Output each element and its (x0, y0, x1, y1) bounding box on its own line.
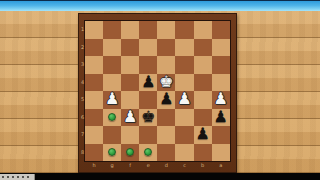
square-d5[interactable]: ♟ (157, 91, 175, 109)
black-king-icon[interactable]: ♚ (141, 109, 155, 125)
square-g8[interactable] (103, 144, 121, 162)
square-c7[interactable] (175, 126, 193, 144)
square-h6[interactable] (85, 109, 103, 127)
white-king-icon[interactable]: ♚ (159, 74, 173, 90)
square-h7[interactable] (85, 126, 103, 144)
square-h5[interactable] (85, 91, 103, 109)
black-pawn-icon[interactable]: ♟ (214, 109, 228, 125)
square-d2[interactable] (157, 39, 175, 57)
square-h3[interactable] (85, 56, 103, 74)
square-a8[interactable] (212, 144, 230, 162)
square-b7[interactable]: ♟ (194, 126, 212, 144)
square-b5[interactable] (194, 91, 212, 109)
square-f8[interactable] (121, 144, 139, 162)
highlight-dot-e8 (144, 148, 152, 156)
square-c6[interactable] (175, 109, 193, 127)
square-g1[interactable] (103, 21, 121, 39)
square-f4[interactable] (121, 74, 139, 92)
square-a5[interactable]: ♟ (212, 91, 230, 109)
square-e7[interactable] (139, 126, 157, 144)
white-pawn-icon[interactable]: ♟ (177, 91, 191, 107)
square-g6[interactable] (103, 109, 121, 127)
status-bar-text-marks (2, 176, 30, 178)
highlight-dot-f8 (126, 148, 134, 156)
square-b3[interactable] (194, 56, 212, 74)
rank-label-2: 2 (80, 45, 85, 50)
rank-label-4: 4 (80, 80, 85, 85)
file-label-h: h (85, 163, 103, 168)
square-h2[interactable] (85, 39, 103, 57)
square-c5[interactable]: ♟ (175, 91, 193, 109)
rank-label-5: 5 (80, 97, 85, 102)
square-g5[interactable]: ♟ (103, 91, 121, 109)
square-c2[interactable] (175, 39, 193, 57)
title-bar (0, 0, 320, 11)
square-d3[interactable] (157, 56, 175, 74)
chess-board-frame: ♟♚♟♟♟♟♟♚♟♟ 12345678hgfedcba (78, 13, 237, 173)
highlight-dot-g8 (108, 148, 116, 156)
rank-label-7: 7 (80, 132, 85, 137)
file-label-e: e (139, 163, 157, 168)
square-e2[interactable] (139, 39, 157, 57)
square-e8[interactable] (139, 144, 157, 162)
square-e6[interactable]: ♚ (139, 109, 157, 127)
file-label-g: g (103, 163, 121, 168)
file-label-f: f (121, 163, 139, 168)
square-b2[interactable] (194, 39, 212, 57)
white-pawn-icon[interactable]: ♟ (105, 91, 119, 107)
square-f6[interactable]: ♟ (121, 109, 139, 127)
square-h1[interactable] (85, 21, 103, 39)
white-pawn-icon[interactable]: ♟ (123, 109, 137, 125)
square-d7[interactable] (157, 126, 175, 144)
rank-label-8: 8 (80, 150, 85, 155)
square-a2[interactable] (212, 39, 230, 57)
square-c3[interactable] (175, 56, 193, 74)
square-f5[interactable] (121, 91, 139, 109)
square-c1[interactable] (175, 21, 193, 39)
file-label-b: b (194, 163, 212, 168)
black-pawn-icon[interactable]: ♟ (159, 91, 173, 107)
rank-label-6: 6 (80, 115, 85, 120)
square-e3[interactable] (139, 56, 157, 74)
black-pawn-icon[interactable]: ♟ (141, 74, 155, 90)
square-e5[interactable] (139, 91, 157, 109)
square-a7[interactable] (212, 126, 230, 144)
square-c8[interactable] (175, 144, 193, 162)
file-label-a: a (212, 163, 230, 168)
square-d1[interactable] (157, 21, 175, 39)
square-a1[interactable] (212, 21, 230, 39)
rank-label-1: 1 (80, 27, 85, 32)
bottom-strip (0, 173, 320, 180)
square-b8[interactable] (194, 144, 212, 162)
rank-label-3: 3 (80, 62, 85, 67)
square-h8[interactable] (85, 144, 103, 162)
square-g2[interactable] (103, 39, 121, 57)
square-d6[interactable] (157, 109, 175, 127)
square-g3[interactable] (103, 56, 121, 74)
square-f3[interactable] (121, 56, 139, 74)
square-b4[interactable] (194, 74, 212, 92)
square-e1[interactable] (139, 21, 157, 39)
square-b1[interactable] (194, 21, 212, 39)
square-f7[interactable] (121, 126, 139, 144)
square-f2[interactable] (121, 39, 139, 57)
file-label-d: d (157, 163, 175, 168)
square-f1[interactable] (121, 21, 139, 39)
square-a3[interactable] (212, 56, 230, 74)
chess-board[interactable]: ♟♚♟♟♟♟♟♚♟♟ (85, 21, 230, 161)
status-bar-fragment (0, 174, 35, 180)
square-e4[interactable]: ♟ (139, 74, 157, 92)
file-label-c: c (176, 163, 194, 168)
square-g7[interactable] (103, 126, 121, 144)
square-h4[interactable] (85, 74, 103, 92)
square-a6[interactable]: ♟ (212, 109, 230, 127)
white-pawn-icon[interactable]: ♟ (214, 91, 228, 107)
black-pawn-icon[interactable]: ♟ (195, 126, 209, 142)
highlight-dot-g6 (108, 113, 116, 121)
screen: ♟♚♟♟♟♟♟♚♟♟ 12345678hgfedcba (0, 0, 320, 180)
square-d8[interactable] (157, 144, 175, 162)
